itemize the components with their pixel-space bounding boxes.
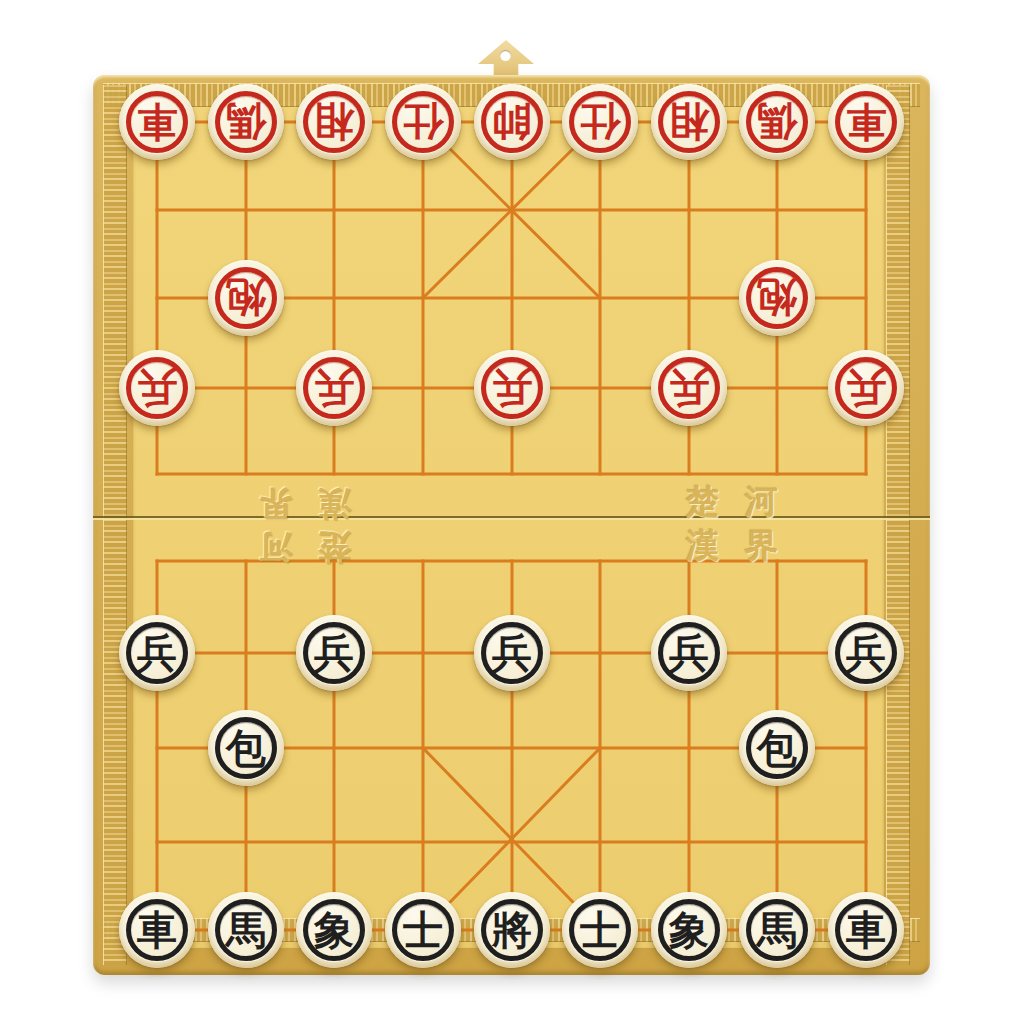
piece-glyph: 兵 <box>314 633 354 673</box>
piece-glyph: 包 <box>757 728 797 768</box>
piece-glyph: 炮 <box>226 278 266 318</box>
piece-red-chariot[interactable]: 車 <box>119 84 195 160</box>
piece-black-chariot[interactable]: 車 <box>119 892 195 968</box>
piece-black-soldier[interactable]: 兵 <box>296 615 372 691</box>
river-label-bottom-right: 漢界 <box>686 524 804 569</box>
piece-glyph: 仕 <box>580 102 620 142</box>
piece-black-advisor[interactable]: 士 <box>562 892 638 968</box>
meander-border-left <box>103 85 127 965</box>
piece-glyph: 士 <box>403 910 443 950</box>
piece-red-advisor[interactable]: 仕 <box>385 84 461 160</box>
piece-glyph: 炮 <box>757 278 797 318</box>
piece-red-elephant[interactable]: 相 <box>296 84 372 160</box>
piece-glyph: 車 <box>846 102 886 142</box>
piece-glyph: 車 <box>846 910 886 950</box>
meander-border-right <box>886 85 910 965</box>
piece-black-advisor[interactable]: 士 <box>385 892 461 968</box>
piece-black-horse[interactable]: 馬 <box>739 892 815 968</box>
piece-red-general[interactable]: 帥 <box>474 84 550 160</box>
piece-glyph: 兵 <box>137 633 177 673</box>
piece-red-advisor[interactable]: 仕 <box>562 84 638 160</box>
piece-red-soldier[interactable]: 兵 <box>651 350 727 426</box>
piece-glyph: 象 <box>314 910 354 950</box>
piece-black-soldier[interactable]: 兵 <box>474 615 550 691</box>
piece-glyph: 車 <box>137 102 177 142</box>
piece-glyph: 帥 <box>492 102 532 142</box>
piece-glyph: 傌 <box>757 102 797 142</box>
piece-red-chariot[interactable]: 車 <box>828 84 904 160</box>
piece-red-soldier[interactable]: 兵 <box>828 350 904 426</box>
piece-black-horse[interactable]: 馬 <box>208 892 284 968</box>
piece-black-soldier[interactable]: 兵 <box>828 615 904 691</box>
piece-red-horse[interactable]: 傌 <box>739 84 815 160</box>
piece-red-cannon[interactable]: 炮 <box>739 260 815 336</box>
piece-glyph: 馬 <box>757 910 797 950</box>
piece-black-cannon[interactable]: 包 <box>739 710 815 786</box>
piece-glyph: 將 <box>492 910 532 950</box>
piece-black-soldier[interactable]: 兵 <box>651 615 727 691</box>
piece-glyph: 馬 <box>226 910 266 950</box>
piece-glyph: 象 <box>669 910 709 950</box>
piece-glyph: 兵 <box>669 633 709 673</box>
river-label-top-left: 漢界 <box>233 480 351 525</box>
piece-glyph: 兵 <box>846 633 886 673</box>
piece-glyph: 兵 <box>492 368 532 408</box>
piece-glyph: 兵 <box>314 368 354 408</box>
piece-glyph: 士 <box>580 910 620 950</box>
river-label-bottom-left: 楚河 <box>233 524 351 569</box>
piece-glyph: 兵 <box>846 368 886 408</box>
piece-glyph: 車 <box>137 910 177 950</box>
piece-glyph: 包 <box>226 728 266 768</box>
piece-red-elephant[interactable]: 相 <box>651 84 727 160</box>
piece-glyph: 兵 <box>669 368 709 408</box>
piece-black-elephant[interactable]: 象 <box>296 892 372 968</box>
piece-glyph: 兵 <box>137 368 177 408</box>
piece-glyph: 兵 <box>492 633 532 673</box>
xiangqi-board <box>93 75 930 975</box>
river-label-top-right: 楚河 <box>686 480 804 525</box>
piece-glyph: 相 <box>314 102 354 142</box>
piece-red-soldier[interactable]: 兵 <box>119 350 195 426</box>
piece-glyph: 傌 <box>226 102 266 142</box>
piece-black-elephant[interactable]: 象 <box>651 892 727 968</box>
piece-red-horse[interactable]: 傌 <box>208 84 284 160</box>
piece-glyph: 相 <box>669 102 709 142</box>
piece-red-cannon[interactable]: 炮 <box>208 260 284 336</box>
piece-black-chariot[interactable]: 車 <box>828 892 904 968</box>
piece-black-soldier[interactable]: 兵 <box>119 615 195 691</box>
fold-hinge-line <box>93 516 930 520</box>
piece-red-soldier[interactable]: 兵 <box>474 350 550 426</box>
piece-black-general[interactable]: 將 <box>474 892 550 968</box>
piece-glyph: 仕 <box>403 102 443 142</box>
piece-red-soldier[interactable]: 兵 <box>296 350 372 426</box>
hanger-hole <box>500 50 511 61</box>
xiangqi-product-photo: 漢界 楚河 楚河 漢界 車 傌 相 仕 帥 仕 相 傌 車 炮 炮 兵 兵 <box>0 0 1024 1024</box>
piece-black-cannon[interactable]: 包 <box>208 710 284 786</box>
